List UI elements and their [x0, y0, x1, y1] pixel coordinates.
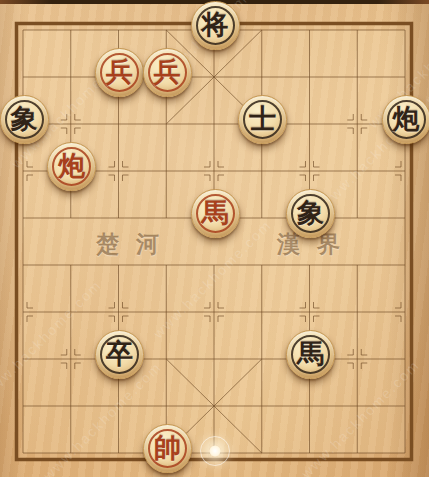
piece-character: 士: [249, 106, 276, 133]
piece-character: 馬: [297, 341, 324, 368]
piece-black-elephant[interactable]: 象: [0, 95, 49, 144]
piece-black-soldier[interactable]: 卒: [95, 330, 144, 379]
piece-red-soldier[interactable]: 兵: [143, 48, 192, 97]
piece-red-general[interactable]: 帥: [143, 424, 192, 473]
piece-character: 卒: [106, 341, 133, 368]
board-grid: [0, 0, 429, 477]
piece-character: 炮: [58, 153, 85, 180]
piece-black-general[interactable]: 将: [191, 1, 240, 50]
xiangqi-game-screen: 楚河 漢界 www.hackhome.comwww.hackhome.comww…: [0, 0, 429, 477]
piece-black-advisor[interactable]: 士: [238, 95, 287, 144]
piece-black-horse[interactable]: 馬: [286, 330, 335, 379]
piece-black-elephant[interactable]: 象: [286, 189, 335, 238]
piece-character: 象: [297, 200, 324, 227]
piece-character: 兵: [106, 59, 133, 86]
piece-character: 帥: [154, 435, 181, 462]
piece-character: 炮: [393, 106, 420, 133]
piece-red-soldier[interactable]: 兵: [95, 48, 144, 97]
piece-red-horse[interactable]: 馬: [191, 189, 240, 238]
piece-character: 馬: [202, 200, 229, 227]
xiangqi-board: 楚河 漢界 www.hackhome.comwww.hackhome.comww…: [0, 0, 429, 477]
piece-character: 兵: [154, 59, 181, 86]
piece-character: 象: [11, 106, 38, 133]
piece-red-cannon[interactable]: 炮: [47, 142, 96, 191]
move-indicator-dot: [209, 445, 221, 457]
piece-character: 将: [202, 12, 229, 39]
piece-black-cannon[interactable]: 炮: [382, 95, 429, 144]
